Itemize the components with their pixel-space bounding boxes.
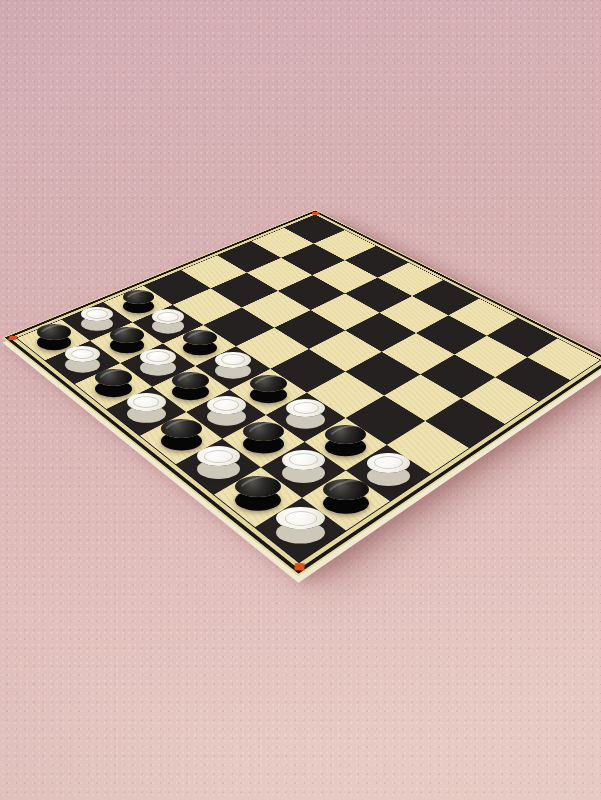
photo-stage [0,0,601,800]
corner-marker-diamond [7,336,17,341]
corner-marker-diamond [312,212,318,215]
corner-marker-diamond [294,563,304,571]
